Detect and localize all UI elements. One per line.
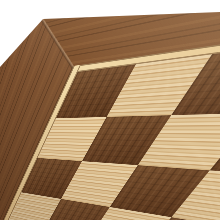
chess-board (0, 0, 220, 220)
board-photo (0, 0, 220, 220)
